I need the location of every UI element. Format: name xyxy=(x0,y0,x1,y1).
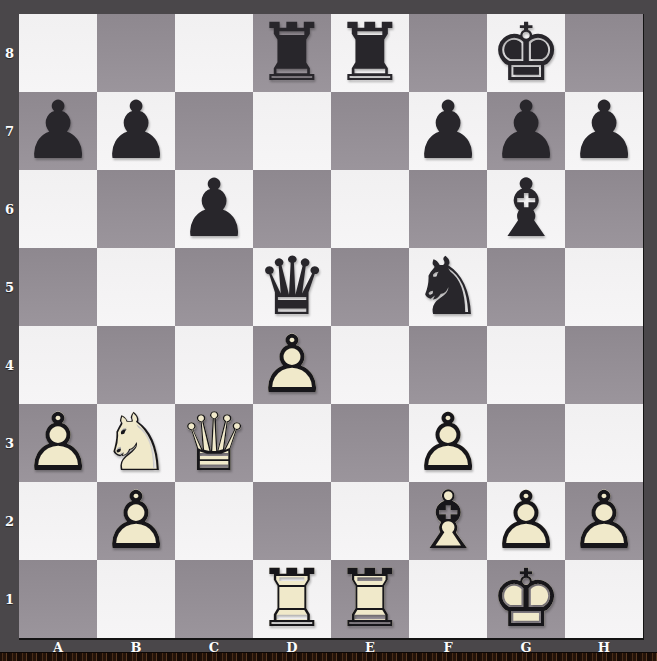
white-king-icon: ♚♔ xyxy=(487,560,565,638)
square-e5[interactable] xyxy=(331,248,409,326)
square-f1[interactable] xyxy=(409,560,487,638)
black-pawn-icon: ♟ xyxy=(97,92,175,170)
square-e1[interactable]: ♜♖ xyxy=(331,560,409,638)
black-pawn-icon: ♟ xyxy=(565,92,643,170)
square-g5[interactable] xyxy=(487,248,565,326)
square-c8[interactable] xyxy=(175,14,253,92)
square-b5[interactable] xyxy=(97,248,175,326)
square-h6[interactable] xyxy=(565,170,643,248)
rank-labels: 87654321 xyxy=(0,14,19,638)
square-e4[interactable] xyxy=(331,326,409,404)
square-c1[interactable] xyxy=(175,560,253,638)
square-a2[interactable] xyxy=(19,482,97,560)
square-h8[interactable] xyxy=(565,14,643,92)
square-d7[interactable] xyxy=(253,92,331,170)
square-c4[interactable] xyxy=(175,326,253,404)
white-pawn-icon: ♟♙ xyxy=(253,326,331,404)
square-d5[interactable]: ♛ xyxy=(253,248,331,326)
square-e7[interactable] xyxy=(331,92,409,170)
square-a8[interactable] xyxy=(19,14,97,92)
white-pawn-icon: ♟♙ xyxy=(565,482,643,560)
white-bishop-icon: ♝♗ xyxy=(409,482,487,560)
square-g7[interactable]: ♟ xyxy=(487,92,565,170)
rank-label-6: 6 xyxy=(0,170,19,248)
square-c5[interactable] xyxy=(175,248,253,326)
square-f4[interactable] xyxy=(409,326,487,404)
white-rook-icon: ♜♖ xyxy=(331,560,409,638)
square-g2[interactable]: ♟♙ xyxy=(487,482,565,560)
rank-label-4: 4 xyxy=(0,326,19,404)
square-f5[interactable]: ♞ xyxy=(409,248,487,326)
square-f8[interactable] xyxy=(409,14,487,92)
square-g4[interactable] xyxy=(487,326,565,404)
black-pawn-icon: ♟ xyxy=(175,170,253,248)
square-f7[interactable]: ♟ xyxy=(409,92,487,170)
black-pawn-icon: ♟ xyxy=(487,92,565,170)
square-b8[interactable] xyxy=(97,14,175,92)
square-g6[interactable]: ♝ xyxy=(487,170,565,248)
square-a1[interactable] xyxy=(19,560,97,638)
square-h5[interactable] xyxy=(565,248,643,326)
square-b7[interactable]: ♟ xyxy=(97,92,175,170)
rank-label-1: 1 xyxy=(0,560,19,638)
rank-label-7: 7 xyxy=(0,92,19,170)
square-a7[interactable]: ♟ xyxy=(19,92,97,170)
square-a3[interactable]: ♟♙ xyxy=(19,404,97,482)
square-c6[interactable]: ♟ xyxy=(175,170,253,248)
square-e2[interactable] xyxy=(331,482,409,560)
square-c7[interactable] xyxy=(175,92,253,170)
white-pawn-icon: ♟♙ xyxy=(97,482,175,560)
square-g8[interactable]: ♚ xyxy=(487,14,565,92)
rank-label-8: 8 xyxy=(0,14,19,92)
square-a6[interactable] xyxy=(19,170,97,248)
square-h4[interactable] xyxy=(565,326,643,404)
white-queen-icon: ♛♕ xyxy=(175,404,253,482)
square-f6[interactable] xyxy=(409,170,487,248)
square-d1[interactable]: ♜♖ xyxy=(253,560,331,638)
black-rook-icon: ♜ xyxy=(331,14,409,92)
square-h3[interactable] xyxy=(565,404,643,482)
square-b2[interactable]: ♟♙ xyxy=(97,482,175,560)
square-h2[interactable]: ♟♙ xyxy=(565,482,643,560)
square-c2[interactable] xyxy=(175,482,253,560)
wood-trim xyxy=(0,652,657,661)
chess-board: ♜♜♚♟♟♟♟♟♟♝♛♞♟♙♟♙♞♘♛♕♟♙♟♙♝♗♟♙♟♙♜♖♜♖♚♔ xyxy=(19,14,644,640)
white-pawn-icon: ♟♙ xyxy=(409,404,487,482)
rank-label-3: 3 xyxy=(0,404,19,482)
square-d2[interactable] xyxy=(253,482,331,560)
square-e3[interactable] xyxy=(331,404,409,482)
square-c3[interactable]: ♛♕ xyxy=(175,404,253,482)
square-g3[interactable] xyxy=(487,404,565,482)
square-b1[interactable] xyxy=(97,560,175,638)
square-d3[interactable] xyxy=(253,404,331,482)
square-g1[interactable]: ♚♔ xyxy=(487,560,565,638)
black-king-icon: ♚ xyxy=(487,14,565,92)
black-knight-icon: ♞ xyxy=(409,248,487,326)
square-f3[interactable]: ♟♙ xyxy=(409,404,487,482)
square-b6[interactable] xyxy=(97,170,175,248)
white-rook-icon: ♜♖ xyxy=(253,560,331,638)
rank-label-2: 2 xyxy=(0,482,19,560)
square-e8[interactable]: ♜ xyxy=(331,14,409,92)
black-bishop-icon: ♝ xyxy=(487,170,565,248)
rank-label-5: 5 xyxy=(0,248,19,326)
black-rook-icon: ♜ xyxy=(253,14,331,92)
square-a5[interactable] xyxy=(19,248,97,326)
square-d6[interactable] xyxy=(253,170,331,248)
black-queen-icon: ♛ xyxy=(253,248,331,326)
black-pawn-icon: ♟ xyxy=(19,92,97,170)
square-a4[interactable] xyxy=(19,326,97,404)
board-frame: 87654321 ♜♜♚♟♟♟♟♟♟♝♛♞♟♙♟♙♞♘♛♕♟♙♟♙♝♗♟♙♟♙♜… xyxy=(0,0,657,661)
square-h1[interactable] xyxy=(565,560,643,638)
square-e6[interactable] xyxy=(331,170,409,248)
black-pawn-icon: ♟ xyxy=(409,92,487,170)
square-h7[interactable]: ♟ xyxy=(565,92,643,170)
square-b3[interactable]: ♞♘ xyxy=(97,404,175,482)
white-pawn-icon: ♟♙ xyxy=(487,482,565,560)
square-d4[interactable]: ♟♙ xyxy=(253,326,331,404)
square-f2[interactable]: ♝♗ xyxy=(409,482,487,560)
white-pawn-icon: ♟♙ xyxy=(19,404,97,482)
square-b4[interactable] xyxy=(97,326,175,404)
white-knight-icon: ♞♘ xyxy=(97,404,175,482)
square-d8[interactable]: ♜ xyxy=(253,14,331,92)
